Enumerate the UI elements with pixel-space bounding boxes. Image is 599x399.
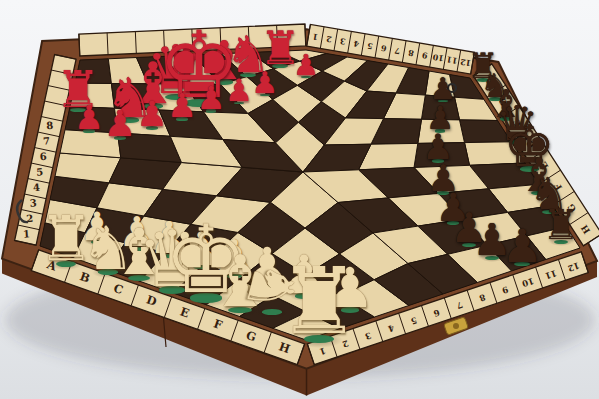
red-quadrant-cell [70, 83, 115, 108]
coordinate-label: 7 [43, 135, 51, 146]
dark-quadrant-cell [414, 143, 470, 168]
coordinate-label: 10 [431, 52, 444, 64]
coordinate-label: 4 [33, 182, 41, 193]
red-quadrant-cell [75, 59, 111, 84]
coordinate-label: 3 [29, 197, 37, 208]
red-quadrant-cell [65, 107, 118, 134]
brass-clasp-detail [453, 323, 459, 329]
red-quadrant-cell [60, 130, 121, 158]
three-player-chess-board: 12345678123456789101112ABCDEFGH123456789… [0, 0, 599, 399]
coordinate-label: 5 [36, 166, 44, 177]
coordinate-label: 1 [23, 228, 31, 239]
three-player-chess-product-photo: 12345678123456789101112ABCDEFGH123456789… [0, 0, 599, 399]
coordinate-label: 8 [46, 120, 54, 131]
dark-quadrant-cell [422, 95, 460, 120]
dark-quadrant-cell [418, 119, 465, 143]
coordinate-label: 6 [39, 151, 47, 162]
coordinate-label: 11 [446, 54, 459, 66]
coordinate-label: 12 [459, 57, 472, 69]
